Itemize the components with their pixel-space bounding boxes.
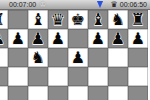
square-a6[interactable] — [0, 48, 8, 67]
black-pawn-piece[interactable]: ♟ — [51, 29, 65, 48]
square-c4[interactable] — [28, 86, 48, 100]
square-a7[interactable]: ♟ — [0, 29, 8, 48]
square-h4[interactable] — [128, 86, 148, 100]
black-pawn-piece[interactable]: ♟ — [111, 29, 125, 48]
square-d8[interactable]: ♛ — [48, 10, 68, 29]
white-king-icon: ♔ — [39, 0, 46, 10]
white-clock: 00:07:00 — [9, 0, 36, 10]
square-g7[interactable]: ♟ — [108, 29, 128, 48]
square-e5[interactable] — [68, 67, 88, 86]
black-pawn-piece[interactable]: ♟ — [11, 29, 25, 48]
black-pawn-piece[interactable]: ♟ — [91, 29, 105, 48]
square-d6[interactable] — [48, 48, 68, 67]
chess-app-window: 00:07:00 ♔ ♛ 00:06:50 ♜♝♛♚♝♞♜♟♟♟♟♟♟♟♞♟ — [0, 0, 150, 100]
black-pawn-piece[interactable]: ♟ — [31, 29, 45, 48]
square-c7[interactable]: ♟ — [28, 29, 48, 48]
square-h5[interactable] — [128, 67, 148, 86]
square-b5[interactable] — [8, 67, 28, 86]
black-bishop-piece[interactable]: ♝ — [31, 10, 45, 29]
square-f5[interactable] — [88, 67, 108, 86]
square-b4[interactable] — [8, 86, 28, 100]
black-king-piece[interactable]: ♚ — [71, 10, 85, 29]
black-knight-piece[interactable]: ♞ — [31, 48, 45, 67]
square-f6[interactable] — [88, 48, 108, 67]
square-g8[interactable]: ♞ — [108, 10, 128, 29]
clock-bar: 00:07:00 ♔ ♛ 00:06:50 — [0, 0, 150, 10]
square-e8[interactable]: ♚ — [68, 10, 88, 29]
square-e6[interactable]: ♟ — [68, 48, 88, 67]
black-rook-piece[interactable]: ♜ — [0, 10, 5, 29]
square-c8[interactable]: ♝ — [28, 10, 48, 29]
square-f8[interactable]: ♝ — [88, 10, 108, 29]
square-h8[interactable]: ♜ — [128, 10, 148, 29]
turn-indicator-arrow-icon — [97, 1, 103, 8]
square-d7[interactable]: ♟ — [48, 29, 68, 48]
square-e4[interactable] — [68, 86, 88, 100]
square-b6[interactable] — [8, 48, 28, 67]
black-pawn-piece[interactable]: ♟ — [71, 48, 85, 67]
square-h6[interactable] — [128, 48, 148, 67]
black-pawn-piece[interactable]: ♟ — [131, 29, 145, 48]
black-bishop-piece[interactable]: ♝ — [91, 10, 105, 29]
square-e7[interactable] — [68, 29, 88, 48]
square-f7[interactable]: ♟ — [88, 29, 108, 48]
black-knight-piece[interactable]: ♞ — [111, 10, 125, 29]
square-c5[interactable] — [28, 67, 48, 86]
square-g6[interactable] — [108, 48, 128, 67]
square-c6[interactable]: ♞ — [28, 48, 48, 67]
square-a4[interactable] — [0, 86, 8, 100]
square-d4[interactable] — [48, 86, 68, 100]
square-b7[interactable]: ♟ — [8, 29, 28, 48]
chess-board[interactable]: ♜♝♛♚♝♞♜♟♟♟♟♟♟♟♞♟ — [0, 10, 148, 100]
square-h7[interactable]: ♟ — [128, 29, 148, 48]
square-f4[interactable] — [88, 86, 108, 100]
black-queen-icon: ♛ — [111, 0, 118, 10]
black-queen-piece[interactable]: ♛ — [51, 10, 65, 29]
square-a8[interactable]: ♜ — [0, 10, 8, 29]
black-clock: 00:06:50 — [120, 0, 147, 10]
square-a5[interactable] — [0, 67, 8, 86]
square-g4[interactable] — [108, 86, 128, 100]
square-b8[interactable] — [8, 10, 28, 29]
black-pawn-piece[interactable]: ♟ — [0, 29, 5, 48]
black-rook-piece[interactable]: ♜ — [131, 10, 145, 29]
square-d5[interactable] — [48, 67, 68, 86]
square-g5[interactable] — [108, 67, 128, 86]
